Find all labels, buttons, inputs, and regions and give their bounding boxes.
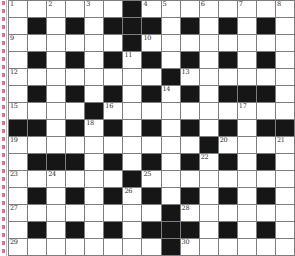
white-cell[interactable] — [123, 154, 141, 170]
white-cell[interactable] — [123, 69, 141, 85]
black-cell — [104, 18, 122, 34]
white-cell[interactable]: 6 — [200, 1, 218, 17]
clue-number: 19 — [10, 136, 18, 144]
black-cell — [104, 188, 122, 204]
white-cell[interactable] — [219, 69, 237, 85]
white-cell[interactable] — [85, 239, 103, 255]
white-cell[interactable]: 15 — [9, 103, 27, 119]
clue-number: 25 — [143, 170, 151, 178]
white-cell[interactable] — [238, 222, 256, 238]
clue-number: 30 — [182, 238, 190, 246]
clue-number: 28 — [182, 204, 190, 212]
black-cell — [66, 222, 84, 238]
white-cell[interactable] — [276, 222, 294, 238]
white-cell[interactable] — [238, 120, 256, 136]
white-cell[interactable] — [276, 205, 294, 221]
white-cell[interactable]: 19 — [9, 137, 27, 153]
white-cell[interactable]: 26 — [123, 188, 141, 204]
white-cell[interactable] — [85, 86, 103, 102]
white-cell[interactable] — [123, 120, 141, 136]
black-cell — [257, 18, 275, 34]
white-cell[interactable] — [85, 52, 103, 68]
black-cell — [104, 86, 122, 102]
black-cell — [162, 69, 180, 85]
white-cell[interactable] — [28, 137, 46, 153]
white-cell[interactable]: 8 — [276, 1, 294, 17]
clue-number: 21 — [277, 136, 285, 144]
white-cell[interactable] — [9, 188, 27, 204]
black-cell — [66, 52, 84, 68]
white-cell[interactable] — [28, 1, 46, 17]
white-cell[interactable] — [276, 35, 294, 51]
white-cell[interactable] — [276, 154, 294, 170]
white-cell[interactable] — [142, 239, 160, 255]
black-cell — [257, 222, 275, 238]
white-cell[interactable] — [238, 205, 256, 221]
crossword-grid: 1234567891011121314151617181920212223242… — [8, 0, 295, 256]
white-cell[interactable] — [28, 103, 46, 119]
white-cell[interactable] — [238, 69, 256, 85]
black-cell — [181, 86, 199, 102]
white-cell[interactable] — [104, 69, 122, 85]
black-cell — [123, 35, 141, 51]
white-cell[interactable] — [66, 103, 84, 119]
white-cell[interactable] — [257, 103, 275, 119]
white-cell[interactable] — [104, 239, 122, 255]
white-cell[interactable] — [276, 86, 294, 102]
black-cell — [181, 18, 199, 34]
white-cell[interactable] — [276, 171, 294, 187]
white-cell[interactable] — [104, 1, 122, 17]
black-cell — [162, 222, 180, 238]
clue-number: 16 — [105, 102, 113, 110]
white-cell[interactable] — [85, 154, 103, 170]
black-cell — [142, 86, 160, 102]
white-cell[interactable] — [104, 137, 122, 153]
clue-number: 10 — [143, 34, 151, 42]
white-cell[interactable] — [162, 137, 180, 153]
white-cell[interactable] — [142, 69, 160, 85]
black-cell — [142, 222, 160, 238]
black-cell — [142, 52, 160, 68]
black-cell — [200, 137, 218, 153]
clue-number: 18 — [86, 119, 94, 127]
white-cell[interactable] — [200, 69, 218, 85]
white-cell[interactable] — [257, 35, 275, 51]
white-cell[interactable]: 9 — [9, 35, 27, 51]
white-cell[interactable] — [123, 137, 141, 153]
clue-number: 14 — [163, 85, 171, 93]
white-cell[interactable] — [9, 222, 27, 238]
white-cell[interactable] — [162, 18, 180, 34]
white-cell[interactable] — [123, 86, 141, 102]
white-cell[interactable] — [85, 137, 103, 153]
black-cell — [28, 222, 46, 238]
white-cell[interactable] — [276, 52, 294, 68]
white-cell[interactable] — [238, 52, 256, 68]
white-cell[interactable] — [200, 35, 218, 51]
black-cell — [66, 18, 84, 34]
white-cell[interactable] — [66, 35, 84, 51]
white-cell[interactable] — [9, 18, 27, 34]
white-cell[interactable] — [162, 35, 180, 51]
black-cell — [162, 239, 180, 255]
black-cell — [219, 86, 237, 102]
clue-number: 20 — [220, 136, 228, 144]
white-cell[interactable]: 5 — [162, 1, 180, 17]
white-cell[interactable] — [66, 69, 84, 85]
white-cell[interactable]: 7 — [238, 1, 256, 17]
clue-number: 24 — [48, 170, 56, 178]
clue-number: 27 — [10, 204, 18, 212]
white-cell[interactable] — [66, 137, 84, 153]
white-cell[interactable]: 12 — [9, 69, 27, 85]
white-cell[interactable]: 16 — [104, 103, 122, 119]
white-cell[interactable] — [47, 205, 65, 221]
black-cell — [142, 188, 160, 204]
white-cell[interactable] — [123, 222, 141, 238]
white-cell[interactable] — [200, 222, 218, 238]
black-cell — [104, 154, 122, 170]
white-cell[interactable]: 13 — [181, 69, 199, 85]
white-cell[interactable] — [238, 239, 256, 255]
white-cell[interactable] — [162, 154, 180, 170]
white-cell[interactable] — [28, 171, 46, 187]
black-cell — [28, 120, 46, 136]
black-cell — [104, 120, 122, 136]
black-cell — [123, 18, 141, 34]
white-cell[interactable] — [200, 86, 218, 102]
white-cell[interactable] — [162, 52, 180, 68]
black-cell — [47, 154, 65, 170]
notebook-edge-decoration — [0, 0, 8, 256]
white-cell[interactable] — [47, 18, 65, 34]
white-cell[interactable] — [276, 103, 294, 119]
white-cell[interactable] — [200, 205, 218, 221]
white-cell[interactable] — [276, 69, 294, 85]
white-cell[interactable] — [162, 188, 180, 204]
white-cell[interactable] — [238, 171, 256, 187]
white-cell[interactable]: 1 — [9, 1, 27, 17]
white-cell[interactable] — [238, 35, 256, 51]
white-cell[interactable] — [123, 103, 141, 119]
white-cell[interactable] — [238, 18, 256, 34]
white-cell[interactable] — [181, 103, 199, 119]
black-cell — [276, 120, 294, 136]
white-cell[interactable] — [200, 188, 218, 204]
clue-number: 12 — [10, 68, 18, 76]
black-cell — [28, 18, 46, 34]
white-cell[interactable]: 14 — [162, 86, 180, 102]
black-cell — [257, 52, 275, 68]
black-cell — [28, 52, 46, 68]
white-cell[interactable] — [9, 154, 27, 170]
white-cell[interactable] — [47, 137, 65, 153]
black-cell — [219, 154, 237, 170]
clue-number: 13 — [182, 68, 190, 76]
black-cell — [219, 18, 237, 34]
clue-number: 29 — [10, 238, 18, 246]
white-cell[interactable] — [181, 1, 199, 17]
white-cell[interactable] — [219, 35, 237, 51]
clue-number: 17 — [239, 102, 247, 110]
white-cell[interactable] — [85, 35, 103, 51]
black-cell — [219, 222, 237, 238]
black-cell — [123, 171, 141, 187]
edge-divider-line — [6, 0, 7, 256]
white-cell[interactable] — [47, 52, 65, 68]
white-cell[interactable] — [47, 222, 65, 238]
white-cell[interactable] — [238, 188, 256, 204]
white-cell[interactable] — [276, 18, 294, 34]
clue-number: 7 — [239, 0, 243, 8]
white-cell[interactable] — [257, 137, 275, 153]
white-cell[interactable]: 20 — [219, 137, 237, 153]
white-cell[interactable] — [257, 69, 275, 85]
black-cell — [66, 86, 84, 102]
black-cell — [85, 103, 103, 119]
white-cell[interactable] — [47, 239, 65, 255]
white-cell[interactable] — [219, 103, 237, 119]
clue-number: 9 — [10, 34, 14, 42]
white-cell[interactable]: 25 — [142, 171, 160, 187]
white-cell[interactable] — [276, 239, 294, 255]
white-cell[interactable] — [123, 205, 141, 221]
black-cell — [142, 154, 160, 170]
white-cell[interactable] — [104, 205, 122, 221]
white-cell[interactable] — [66, 171, 84, 187]
white-cell[interactable]: 21 — [276, 137, 294, 153]
pink-dashed-edge — [2, 1, 5, 256]
white-cell[interactable] — [219, 1, 237, 17]
white-cell[interactable] — [9, 52, 27, 68]
white-cell[interactable]: 29 — [9, 239, 27, 255]
white-cell[interactable]: 3 — [85, 1, 103, 17]
white-cell[interactable]: 17 — [238, 103, 256, 119]
black-cell — [181, 222, 199, 238]
white-cell[interactable] — [162, 171, 180, 187]
clue-number: 23 — [10, 170, 18, 178]
black-cell — [28, 154, 46, 170]
crossword-page: 1234567891011121314151617181920212223242… — [0, 0, 295, 256]
white-cell[interactable] — [104, 171, 122, 187]
black-cell — [257, 120, 275, 136]
white-cell[interactable] — [85, 205, 103, 221]
white-cell[interactable]: 22 — [200, 154, 218, 170]
white-cell[interactable] — [85, 171, 103, 187]
white-cell[interactable] — [142, 103, 160, 119]
white-cell[interactable] — [85, 18, 103, 34]
black-cell — [123, 1, 141, 17]
clue-number: 15 — [10, 102, 18, 110]
white-cell[interactable] — [47, 35, 65, 51]
white-cell[interactable] — [104, 35, 122, 51]
black-cell — [66, 120, 84, 136]
white-cell[interactable] — [142, 137, 160, 153]
white-cell[interactable] — [85, 188, 103, 204]
white-cell[interactable] — [257, 239, 275, 255]
clue-number: 5 — [163, 0, 167, 8]
white-cell[interactable]: 28 — [181, 205, 199, 221]
black-cell — [104, 52, 122, 68]
clue-number: 6 — [201, 0, 205, 8]
black-cell — [66, 188, 84, 204]
white-cell[interactable] — [66, 205, 84, 221]
black-cell — [219, 120, 237, 136]
clue-number: 11 — [124, 51, 132, 59]
white-cell[interactable] — [200, 103, 218, 119]
black-cell — [9, 120, 27, 136]
white-cell[interactable] — [47, 188, 65, 204]
white-cell[interactable] — [47, 120, 65, 136]
white-cell[interactable] — [257, 205, 275, 221]
white-cell[interactable] — [276, 188, 294, 204]
white-cell[interactable] — [219, 239, 237, 255]
white-cell[interactable] — [238, 154, 256, 170]
white-cell[interactable] — [66, 1, 84, 17]
clue-number: 26 — [124, 187, 132, 195]
white-cell[interactable] — [85, 222, 103, 238]
white-cell[interactable] — [200, 171, 218, 187]
black-cell — [181, 52, 199, 68]
white-cell[interactable] — [162, 103, 180, 119]
white-cell[interactable]: 11 — [123, 52, 141, 68]
white-cell[interactable] — [28, 35, 46, 51]
clue-number: 8 — [277, 0, 281, 8]
black-cell — [66, 154, 84, 170]
black-cell — [28, 86, 46, 102]
black-cell — [257, 154, 275, 170]
black-cell — [181, 154, 199, 170]
black-cell — [238, 86, 256, 102]
white-cell[interactable] — [123, 239, 141, 255]
black-cell — [162, 205, 180, 221]
black-cell — [219, 52, 237, 68]
white-cell[interactable] — [142, 205, 160, 221]
white-cell[interactable] — [28, 239, 46, 255]
white-cell[interactable] — [257, 171, 275, 187]
black-cell — [257, 86, 275, 102]
white-cell[interactable] — [47, 69, 65, 85]
white-cell[interactable]: 18 — [85, 120, 103, 136]
clue-number: 22 — [201, 153, 209, 161]
black-cell — [181, 188, 199, 204]
white-cell[interactable]: 27 — [9, 205, 27, 221]
white-cell[interactable] — [28, 205, 46, 221]
black-cell — [104, 222, 122, 238]
white-cell[interactable] — [28, 69, 46, 85]
white-cell[interactable] — [219, 171, 237, 187]
black-cell — [257, 188, 275, 204]
clue-number: 1 — [10, 0, 14, 8]
white-cell[interactable] — [85, 69, 103, 85]
clue-number: 2 — [48, 0, 52, 8]
black-cell — [181, 120, 199, 136]
white-cell[interactable]: 4 — [142, 1, 160, 17]
white-cell[interactable]: 30 — [181, 239, 199, 255]
clue-number: 4 — [143, 0, 147, 8]
white-cell[interactable] — [9, 86, 27, 102]
white-cell[interactable] — [162, 120, 180, 136]
white-cell[interactable] — [181, 171, 199, 187]
black-cell — [219, 188, 237, 204]
white-cell[interactable]: 10 — [142, 35, 160, 51]
white-cell[interactable] — [47, 86, 65, 102]
white-cell[interactable] — [47, 103, 65, 119]
black-cell — [28, 188, 46, 204]
white-cell[interactable] — [257, 1, 275, 17]
white-cell[interactable] — [200, 120, 218, 136]
white-cell[interactable] — [219, 205, 237, 221]
white-cell[interactable] — [238, 137, 256, 153]
white-cell[interactable] — [181, 137, 199, 153]
white-cell[interactable]: 23 — [9, 171, 27, 187]
white-cell[interactable] — [66, 239, 84, 255]
black-cell — [142, 120, 160, 136]
white-cell[interactable] — [200, 239, 218, 255]
clue-number: 3 — [86, 0, 90, 8]
white-cell[interactable]: 2 — [47, 1, 65, 17]
white-cell[interactable] — [200, 18, 218, 34]
white-cell[interactable]: 24 — [47, 171, 65, 187]
white-cell[interactable] — [181, 35, 199, 51]
black-cell — [142, 18, 160, 34]
white-cell[interactable] — [200, 52, 218, 68]
